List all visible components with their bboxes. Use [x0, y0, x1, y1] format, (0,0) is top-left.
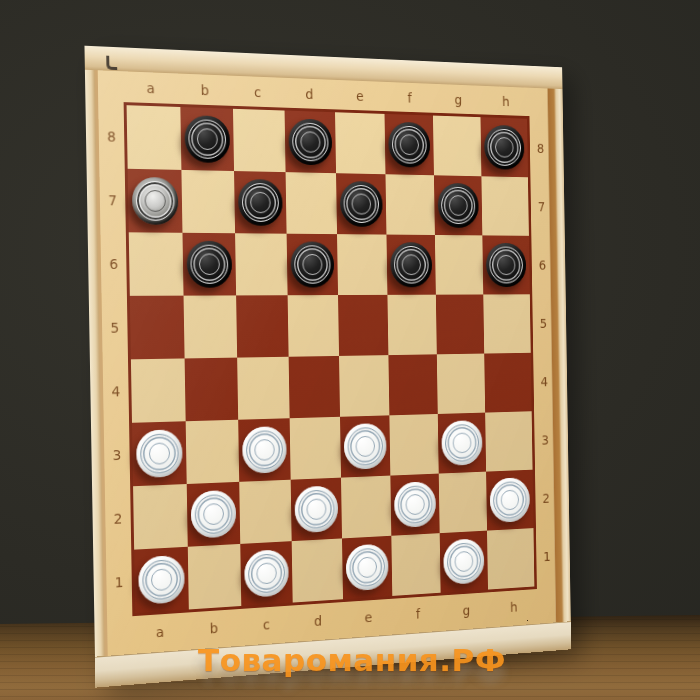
square-b7[interactable]	[181, 170, 235, 233]
square-f8[interactable]	[385, 114, 434, 175]
square-d6[interactable]	[287, 234, 338, 296]
square-d5[interactable]	[288, 295, 339, 357]
square-c6[interactable]	[235, 233, 288, 295]
square-g5[interactable]	[436, 294, 484, 354]
square-h2[interactable]	[486, 470, 533, 531]
file-label-h: h	[482, 86, 530, 116]
square-b8[interactable]	[180, 107, 234, 171]
square-e6[interactable]	[337, 234, 387, 295]
rank-label-4: 4	[103, 359, 129, 423]
checker-light-h2[interactable]	[490, 477, 531, 523]
file-label-a: a	[123, 71, 178, 104]
square-b2[interactable]	[187, 482, 241, 547]
square-f4[interactable]	[388, 354, 437, 415]
checker-light-b2[interactable]	[191, 490, 237, 539]
square-b1[interactable]	[188, 544, 242, 610]
square-d7[interactable]	[286, 172, 337, 234]
square-c8[interactable]	[233, 109, 286, 172]
checker-dark-f6[interactable]	[390, 242, 432, 287]
checker-light-g1[interactable]	[443, 538, 484, 585]
square-b5[interactable]	[184, 295, 238, 358]
hanger-hook-icon	[106, 56, 117, 70]
square-a6[interactable]	[129, 232, 184, 296]
rank-label-8: 8	[530, 119, 552, 178]
file-label-c: c	[231, 76, 284, 108]
checker-dark-b6[interactable]	[186, 241, 232, 288]
square-f3[interactable]	[389, 414, 438, 476]
checker-light-g3[interactable]	[441, 420, 482, 466]
checker-dark-d8[interactable]	[288, 118, 332, 165]
square-a2[interactable]	[133, 484, 188, 550]
file-label-c: c	[240, 603, 293, 647]
square-h7[interactable]	[481, 176, 528, 236]
file-label-f: f	[393, 593, 443, 636]
checker-light-c1[interactable]	[244, 549, 289, 598]
checker-dark-g7[interactable]	[437, 183, 478, 228]
square-h8[interactable]	[480, 117, 527, 177]
rank-label-8: 8	[98, 104, 124, 168]
checker-light-e1[interactable]	[346, 543, 389, 591]
file-label-e: e	[343, 596, 394, 639]
rank-label-6: 6	[100, 232, 126, 296]
rank-label-2: 2	[105, 486, 131, 551]
square-e4[interactable]	[339, 355, 389, 417]
square-a4[interactable]	[131, 358, 186, 422]
watermark: Товаромания.РФ	[198, 642, 506, 678]
rank-label-3: 3	[104, 423, 130, 488]
checker-dark-b8[interactable]	[184, 115, 230, 163]
square-g7[interactable]	[434, 175, 482, 235]
checker-dark-c7[interactable]	[238, 179, 283, 226]
square-g3[interactable]	[438, 413, 486, 474]
checkers-board: abcdefgh 87654321 87654321 abcdefgh	[84, 46, 571, 688]
square-h6[interactable]	[482, 235, 529, 294]
checker-dark-e7[interactable]	[340, 181, 383, 227]
square-e8[interactable]	[335, 112, 385, 174]
square-b3[interactable]	[186, 420, 240, 484]
square-d4[interactable]	[289, 356, 340, 418]
rank-label-7: 7	[530, 177, 552, 236]
checker-light-f2[interactable]	[394, 481, 436, 528]
square-h5[interactable]	[483, 294, 530, 353]
checker-light-d2[interactable]	[294, 485, 338, 533]
rank-label-3: 3	[534, 411, 556, 470]
rank-label-7: 7	[99, 168, 125, 232]
square-e7[interactable]	[336, 173, 386, 234]
square-c3[interactable]	[238, 418, 290, 482]
square-d8[interactable]	[285, 111, 336, 174]
square-b4[interactable]	[185, 358, 239, 422]
square-e2[interactable]	[341, 476, 391, 539]
file-label-d: d	[283, 78, 335, 110]
square-g8[interactable]	[433, 116, 481, 177]
checker-dark-f8[interactable]	[388, 122, 430, 168]
square-d2[interactable]	[291, 478, 342, 542]
square-f6[interactable]	[386, 235, 435, 295]
square-f1[interactable]	[391, 533, 440, 596]
square-f2[interactable]	[390, 474, 439, 536]
square-h4[interactable]	[484, 353, 531, 413]
checker-dark-h6[interactable]	[486, 243, 527, 287]
file-label-h: h	[490, 586, 538, 628]
square-d3[interactable]	[290, 417, 341, 480]
square-a7[interactable]	[128, 169, 183, 233]
square-a5[interactable]	[130, 296, 185, 360]
rank-label-2: 2	[535, 469, 557, 528]
square-g2[interactable]	[439, 472, 487, 534]
rank-label-6: 6	[531, 236, 553, 294]
checker-dark-a7[interactable]	[132, 177, 179, 225]
file-label-a: a	[132, 610, 187, 655]
square-d1[interactable]	[292, 538, 343, 602]
rank-label-1: 1	[106, 550, 132, 615]
file-label-g: g	[434, 84, 483, 115]
square-f5[interactable]	[387, 295, 436, 355]
square-c5[interactable]	[236, 295, 289, 357]
square-g4[interactable]	[437, 354, 485, 414]
file-label-b: b	[178, 74, 232, 106]
square-g1[interactable]	[440, 531, 488, 593]
square-c4[interactable]	[237, 357, 289, 420]
square-c1[interactable]	[240, 541, 292, 606]
square-e5[interactable]	[338, 295, 388, 356]
checker-light-e3[interactable]	[344, 423, 387, 470]
board-grid	[124, 102, 537, 616]
checker-dark-d6[interactable]	[290, 241, 334, 287]
file-label-e: e	[335, 80, 386, 111]
square-a1[interactable]	[134, 547, 189, 613]
square-c2[interactable]	[239, 480, 291, 544]
checker-light-a3[interactable]	[136, 429, 183, 478]
square-b6[interactable]	[182, 233, 236, 296]
square-e1[interactable]	[342, 536, 392, 599]
checker-dark-h8[interactable]	[484, 125, 525, 170]
checker-light-c3[interactable]	[242, 426, 287, 474]
file-label-f: f	[385, 82, 435, 113]
square-h1[interactable]	[487, 528, 534, 589]
square-c7[interactable]	[234, 171, 287, 234]
rank-label-1: 1	[536, 527, 558, 587]
square-a8[interactable]	[127, 105, 182, 170]
rank-label-4: 4	[533, 352, 555, 411]
rank-label-5: 5	[532, 294, 554, 353]
rank-label-5: 5	[102, 296, 128, 360]
square-g6[interactable]	[435, 235, 483, 295]
file-label-g: g	[442, 589, 491, 631]
square-f7[interactable]	[385, 174, 434, 235]
square-h3[interactable]	[485, 411, 532, 471]
square-a3[interactable]	[132, 421, 187, 486]
square-e3[interactable]	[340, 415, 390, 477]
board-face: abcdefgh 87654321 87654321 abcdefgh	[95, 70, 556, 657]
checker-light-a1[interactable]	[138, 555, 185, 605]
file-label-d: d	[292, 599, 344, 643]
